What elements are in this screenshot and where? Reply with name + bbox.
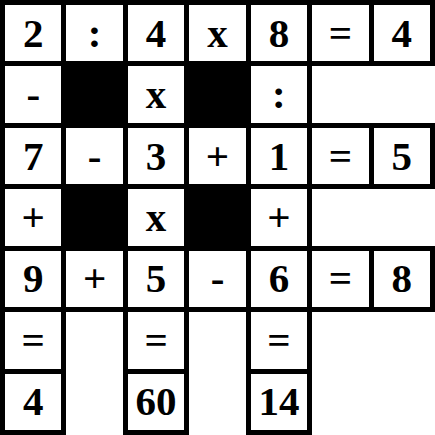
- cell-r2c2-black-cell: [66, 66, 122, 122]
- cell-r6c3-operator-cell: =: [128, 312, 184, 368]
- cell-r3c2-operator-cell: -: [66, 128, 122, 184]
- cell-r4c7-empty-space: [374, 189, 430, 245]
- cell-r3c1-number-cell: 7: [5, 128, 61, 184]
- cell-r2c7-empty-space: [374, 66, 430, 122]
- cell-r5c6-operator-cell: =: [312, 251, 368, 307]
- cell-r6c1-operator-cell: =: [5, 312, 61, 368]
- cell-r4c6-empty-space: [312, 189, 368, 245]
- cell-r3c3-number-cell: 3: [128, 128, 184, 184]
- cell-r2c1-operator-cell: -: [5, 66, 61, 122]
- cell-r7c4-empty-space: [189, 374, 245, 430]
- cell-r3c4-operator-cell: +: [189, 128, 245, 184]
- cell-r5c3-number-cell: 5: [128, 251, 184, 307]
- cell-r2c5-operator-cell: :: [251, 66, 307, 122]
- cell-r5c1-number-cell: 9: [5, 251, 61, 307]
- cell-r1c2-operator-cell: :: [66, 5, 122, 61]
- cell-r3c6-operator-cell: =: [312, 128, 368, 184]
- cell-r6c2-empty-space: [66, 312, 122, 368]
- cell-r7c2-empty-space: [66, 374, 122, 430]
- cell-r1c4-operator-cell: x: [189, 5, 245, 61]
- cell-r5c2-operator-cell: +: [66, 251, 122, 307]
- cell-r2c3-operator-cell: x: [128, 66, 184, 122]
- cell-r7c1-number-cell: 4: [5, 374, 61, 430]
- cell-r7c5-number-cell: 14: [251, 374, 307, 430]
- cross-math-board: 2:4x8=4-x:7-3+1=5+x+9+5-6=8===46014: [0, 0, 435, 435]
- cell-r7c6-empty-space: [312, 374, 368, 430]
- cell-r4c2-black-cell: [66, 189, 122, 245]
- cell-r4c3-operator-cell: x: [128, 189, 184, 245]
- cell-r7c7-empty-space: [374, 374, 430, 430]
- cell-r6c7-empty-space: [374, 312, 430, 368]
- cell-r5c5-number-cell: 6: [251, 251, 307, 307]
- cell-r4c1-operator-cell: +: [5, 189, 61, 245]
- cell-r5c7-number-cell: 8: [374, 251, 430, 307]
- cell-r4c4-black-cell: [189, 189, 245, 245]
- cell-r1c5-number-cell: 8: [251, 5, 307, 61]
- cell-r1c3-number-cell: 4: [128, 5, 184, 61]
- cell-r3c5-number-cell: 1: [251, 128, 307, 184]
- cell-r2c6-empty-space: [312, 66, 368, 122]
- cell-r5c4-operator-cell: -: [189, 251, 245, 307]
- cell-r1c7-number-cell: 4: [374, 5, 430, 61]
- cell-r4c5-operator-cell: +: [251, 189, 307, 245]
- cell-r3c7-number-cell: 5: [374, 128, 430, 184]
- cell-r1c6-operator-cell: =: [312, 5, 368, 61]
- cell-r6c4-empty-space: [189, 312, 245, 368]
- cell-r6c6-empty-space: [312, 312, 368, 368]
- cell-r7c3-number-cell: 60: [128, 374, 184, 430]
- cell-r2c4-black-cell: [189, 66, 245, 122]
- cell-r1c1-number-cell: 2: [5, 5, 61, 61]
- cell-r6c5-operator-cell: =: [251, 312, 307, 368]
